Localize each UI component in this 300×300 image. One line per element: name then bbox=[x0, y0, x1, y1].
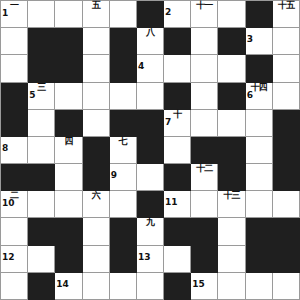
across-clue-number: 10 bbox=[2, 199, 15, 208]
letter-cell-r9c1[interactable] bbox=[28, 246, 55, 273]
down-clue-chinese-numeral: 一 bbox=[1, 1, 27, 10]
block-cell-r6c6 bbox=[164, 164, 191, 191]
letter-cell-r0c6[interactable]: 2 bbox=[164, 1, 191, 28]
block-cell-r4c4 bbox=[110, 110, 137, 137]
across-clue-number: 11 bbox=[165, 198, 178, 207]
letter-cell-r8c0[interactable] bbox=[1, 218, 28, 245]
block-cell-r4c2 bbox=[55, 110, 82, 137]
block-cell-r5c10 bbox=[273, 137, 300, 164]
across-clue-number: 13 bbox=[138, 253, 151, 262]
letter-cell-r4c8[interactable] bbox=[218, 110, 245, 137]
block-cell-r10c6 bbox=[164, 273, 191, 300]
letter-cell-r0c8[interactable] bbox=[218, 1, 245, 28]
letter-cell-r9c0[interactable]: 12 bbox=[1, 246, 28, 273]
letter-cell-r2c6[interactable] bbox=[164, 55, 191, 82]
letter-cell-r1c9[interactable]: 3 bbox=[246, 28, 273, 55]
letter-cell-r1c0[interactable] bbox=[1, 28, 28, 55]
block-cell-r0c9 bbox=[246, 1, 273, 28]
letter-cell-r1c10[interactable] bbox=[273, 28, 300, 55]
letter-cell-r0c0[interactable]: 一1 bbox=[1, 1, 28, 28]
letter-cell-r4c1[interactable] bbox=[28, 110, 55, 137]
letter-cell-r8c5[interactable]: 九 bbox=[137, 218, 164, 245]
down-clue-chinese-numeral: 五 bbox=[83, 1, 109, 10]
block-cell-r7c5 bbox=[137, 191, 164, 218]
down-clue-chinese-numeral: 十 bbox=[164, 110, 190, 119]
block-cell-r1c1 bbox=[28, 28, 55, 55]
block-cell-r8c10 bbox=[273, 218, 300, 245]
block-cell-r2c1 bbox=[28, 55, 55, 82]
block-cell-r1c8 bbox=[218, 28, 245, 55]
block-cell-r9c4 bbox=[110, 246, 137, 273]
letter-cell-r7c9[interactable] bbox=[246, 191, 273, 218]
down-clue-chinese-numeral: 二 bbox=[1, 191, 27, 200]
block-cell-r2c9 bbox=[246, 55, 273, 82]
block-cell-r8c6 bbox=[164, 218, 191, 245]
across-clue-number: 1 bbox=[2, 9, 8, 18]
block-cell-r6c0 bbox=[1, 164, 28, 191]
across-clue-number: 6 bbox=[247, 91, 253, 100]
letter-cell-r5c2[interactable]: 四 bbox=[55, 137, 82, 164]
block-cell-r9c10 bbox=[273, 246, 300, 273]
across-clue-number: 8 bbox=[2, 144, 8, 153]
letter-cell-r2c8[interactable] bbox=[218, 55, 245, 82]
letter-cell-r0c2[interactable] bbox=[55, 1, 82, 28]
block-cell-r6c3 bbox=[83, 164, 110, 191]
block-cell-r4c10 bbox=[273, 110, 300, 137]
across-clue-number: 15 bbox=[192, 280, 205, 289]
letter-cell-r3c4[interactable] bbox=[110, 83, 137, 110]
letter-cell-r5c1[interactable] bbox=[28, 137, 55, 164]
block-cell-r2c2 bbox=[55, 55, 82, 82]
letter-cell-r7c6[interactable]: 11 bbox=[164, 191, 191, 218]
letter-cell-r5c6[interactable] bbox=[164, 137, 191, 164]
letter-cell-r1c5[interactable]: 八 bbox=[137, 28, 164, 55]
block-cell-r9c7 bbox=[191, 246, 218, 273]
letter-cell-r7c10[interactable] bbox=[273, 191, 300, 218]
letter-cell-r10c9[interactable] bbox=[246, 273, 273, 300]
letter-cell-r3c5[interactable] bbox=[137, 83, 164, 110]
block-cell-r6c1 bbox=[28, 164, 55, 191]
down-clue-chinese-numeral: 十四 bbox=[246, 83, 272, 92]
letter-cell-r8c8[interactable] bbox=[218, 218, 245, 245]
across-clue-number: 12 bbox=[2, 253, 15, 262]
letter-cell-r6c5[interactable] bbox=[137, 164, 164, 191]
block-cell-r9c2 bbox=[55, 246, 82, 273]
letter-cell-r1c3[interactable] bbox=[83, 28, 110, 55]
letter-cell-r2c10[interactable] bbox=[273, 55, 300, 82]
letter-cell-r8c3[interactable] bbox=[83, 218, 110, 245]
letter-cell-r2c7[interactable] bbox=[191, 55, 218, 82]
letter-cell-r5c9[interactable] bbox=[246, 137, 273, 164]
block-cell-r4c5 bbox=[137, 110, 164, 137]
letter-cell-r6c7[interactable]: 十二 bbox=[191, 164, 218, 191]
letter-cell-r7c2[interactable] bbox=[55, 191, 82, 218]
letter-cell-r3c7[interactable] bbox=[191, 83, 218, 110]
block-cell-r4c0 bbox=[1, 110, 28, 137]
block-cell-r10c1 bbox=[28, 273, 55, 300]
letter-cell-r2c3[interactable] bbox=[83, 55, 110, 82]
letter-cell-r6c9[interactable] bbox=[246, 164, 273, 191]
block-cell-r5c8 bbox=[218, 137, 245, 164]
block-cell-r8c7 bbox=[191, 218, 218, 245]
crossword-page: 一1五2十一十五八34三5十四6十78四七9十二二10六11十三九1213141… bbox=[0, 0, 300, 300]
letter-cell-r7c7[interactable] bbox=[191, 191, 218, 218]
across-clue-number: 3 bbox=[247, 35, 253, 44]
down-clue-chinese-numeral: 十五 bbox=[273, 1, 299, 10]
block-cell-r8c1 bbox=[28, 218, 55, 245]
block-cell-r6c8 bbox=[218, 164, 245, 191]
letter-cell-r3c1[interactable]: 三5 bbox=[28, 83, 55, 110]
across-clue-number: 9 bbox=[111, 171, 117, 180]
block-cell-r8c2 bbox=[55, 218, 82, 245]
block-cell-r1c4 bbox=[110, 28, 137, 55]
across-clue-number: 4 bbox=[138, 62, 144, 71]
block-cell-r2c4 bbox=[110, 55, 137, 82]
letter-cell-r3c9[interactable]: 十四6 bbox=[246, 83, 273, 110]
letter-cell-r4c3[interactable] bbox=[83, 110, 110, 137]
letter-cell-r10c7[interactable]: 15 bbox=[191, 273, 218, 300]
letter-cell-r10c0[interactable] bbox=[1, 273, 28, 300]
letter-cell-r0c4[interactable] bbox=[110, 1, 137, 28]
block-cell-r5c3 bbox=[83, 137, 110, 164]
across-clue-number: 2 bbox=[165, 8, 171, 17]
across-clue-number: 14 bbox=[56, 280, 69, 289]
letter-cell-r10c4[interactable] bbox=[110, 273, 137, 300]
letter-cell-r0c1[interactable] bbox=[28, 1, 55, 28]
letter-cell-r10c8[interactable] bbox=[218, 273, 245, 300]
down-clue-chinese-numeral: 六 bbox=[83, 191, 109, 200]
letter-cell-r3c2[interactable] bbox=[55, 83, 82, 110]
down-clue-chinese-numeral: 九 bbox=[137, 218, 163, 227]
block-cell-r5c5 bbox=[137, 137, 164, 164]
down-clue-chinese-numeral: 十二 bbox=[191, 164, 217, 173]
letter-cell-r7c0[interactable]: 二10 bbox=[1, 191, 28, 218]
block-cell-r6c10 bbox=[273, 164, 300, 191]
down-clue-chinese-numeral: 三 bbox=[28, 83, 54, 92]
letter-cell-r6c2[interactable] bbox=[55, 164, 82, 191]
letter-cell-r9c5[interactable]: 13 bbox=[137, 246, 164, 273]
block-cell-r1c2 bbox=[55, 28, 82, 55]
letter-cell-r9c8[interactable] bbox=[218, 246, 245, 273]
block-cell-r9c9 bbox=[246, 246, 273, 273]
block-cell-r3c0 bbox=[1, 83, 28, 110]
letter-cell-r9c3[interactable] bbox=[83, 246, 110, 273]
letter-cell-r10c10[interactable] bbox=[273, 273, 300, 300]
letter-cell-r7c8[interactable]: 十三 bbox=[218, 191, 245, 218]
block-cell-r5c7 bbox=[191, 137, 218, 164]
letter-cell-r4c6[interactable]: 十7 bbox=[164, 110, 191, 137]
letter-cell-r2c5[interactable]: 4 bbox=[137, 55, 164, 82]
down-clue-chinese-numeral: 十三 bbox=[218, 191, 244, 200]
across-clue-number: 7 bbox=[165, 118, 171, 127]
letter-cell-r1c7[interactable] bbox=[191, 28, 218, 55]
letter-cell-r10c2[interactable]: 14 bbox=[55, 273, 82, 300]
letter-cell-r0c10[interactable]: 十五 bbox=[273, 1, 300, 28]
block-cell-r3c6 bbox=[164, 83, 191, 110]
down-clue-chinese-numeral: 四 bbox=[55, 137, 81, 146]
across-clue-number: 5 bbox=[29, 91, 35, 100]
letter-cell-r3c10[interactable] bbox=[273, 83, 300, 110]
down-clue-chinese-numeral: 八 bbox=[137, 28, 163, 37]
block-cell-r8c4 bbox=[110, 218, 137, 245]
letter-cell-r7c1[interactable] bbox=[28, 191, 55, 218]
letter-cell-r7c3[interactable]: 六 bbox=[83, 191, 110, 218]
block-cell-r1c6 bbox=[164, 28, 191, 55]
letter-cell-r9c6[interactable] bbox=[164, 246, 191, 273]
down-clue-chinese-numeral: 十一 bbox=[191, 1, 217, 10]
block-cell-r8c9 bbox=[246, 218, 273, 245]
down-clue-chinese-numeral: 七 bbox=[110, 137, 136, 146]
letter-cell-r10c3[interactable] bbox=[83, 273, 110, 300]
letter-cell-r5c0[interactable]: 8 bbox=[1, 137, 28, 164]
crossword-board: 一1五2十一十五八34三5十四6十78四七9十二二10六11十三九1213141… bbox=[0, 0, 300, 300]
letter-cell-r0c3[interactable]: 五 bbox=[83, 1, 110, 28]
letter-cell-r2c0[interactable] bbox=[1, 55, 28, 82]
letter-cell-r0c7[interactable]: 十一 bbox=[191, 1, 218, 28]
block-cell-r3c8 bbox=[218, 83, 245, 110]
letter-cell-r3c3[interactable] bbox=[83, 83, 110, 110]
letter-cell-r4c7[interactable] bbox=[191, 110, 218, 137]
letter-cell-r10c5[interactable] bbox=[137, 273, 164, 300]
letter-cell-r5c4[interactable]: 七 bbox=[110, 137, 137, 164]
letter-cell-r6c4[interactable]: 9 bbox=[110, 164, 137, 191]
letter-cell-r4c9[interactable] bbox=[246, 110, 273, 137]
block-cell-r0c5 bbox=[137, 1, 164, 28]
letter-cell-r7c4[interactable] bbox=[110, 191, 137, 218]
